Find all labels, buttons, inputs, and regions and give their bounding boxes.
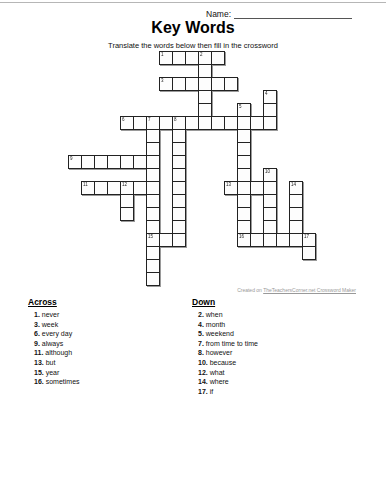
down-clue-17: 17. if <box>192 388 258 398</box>
clue-number-9: 9 <box>70 156 73 161</box>
across-clue-3: 3. week <box>28 321 80 331</box>
clue-number-12: 12 <box>122 182 127 187</box>
grid-cell-r15c18[interactable] <box>302 246 316 260</box>
clue-number-7: 7 <box>148 117 151 122</box>
grid-cell-r12c4[interactable] <box>120 207 134 221</box>
clue-number-17: 17 <box>304 234 309 239</box>
grid-cell-r11c4[interactable] <box>120 194 134 208</box>
down-clue-8: 8. however <box>192 349 258 359</box>
grid-cell-r13c15[interactable] <box>263 220 277 234</box>
grid-cell-r16c6[interactable] <box>146 259 160 273</box>
down-clue-7: 7. from time to time <box>192 340 258 350</box>
grid-cell-r1c10[interactable] <box>198 64 212 78</box>
grid-cell-r7c8[interactable] <box>172 142 186 156</box>
grid-cell-r10c4[interactable]: 12 <box>120 181 134 195</box>
grid-cell-r12c17[interactable] <box>289 207 303 221</box>
grid-cell-r10c14[interactable] <box>250 181 264 195</box>
grid-cell-r4c10[interactable] <box>198 103 212 117</box>
across-clue-9: 9. always <box>28 340 80 350</box>
clue-number-3: 3 <box>161 78 164 83</box>
grid-cell-r10c12[interactable]: 13 <box>224 181 238 195</box>
grid-cell-r14c15[interactable] <box>263 233 277 247</box>
grid-cell-r8c0[interactable]: 9 <box>68 155 82 169</box>
grid-cell-r2c11[interactable] <box>211 77 225 91</box>
page-title: Key Words <box>0 19 386 37</box>
grid-cell-r5c13[interactable] <box>237 116 251 130</box>
grid-cell-r14c7[interactable] <box>159 233 173 247</box>
grid-cell-r0c9[interactable] <box>185 51 199 65</box>
grid-cell-r10c17[interactable]: 14 <box>289 181 303 195</box>
grid-cell-r15c6[interactable] <box>146 246 160 260</box>
instructions-text: Translate the words below then fill in t… <box>0 41 386 50</box>
across-heading: Across <box>28 297 80 307</box>
clue-number-15: 15 <box>148 234 153 239</box>
grid-cell-r8c6[interactable] <box>146 155 160 169</box>
clue-number-11: 11 <box>83 182 88 187</box>
clue-number-5: 5 <box>239 104 242 109</box>
grid-cell-r8c4[interactable] <box>120 155 134 169</box>
grid-cell-r13c13[interactable] <box>237 220 251 234</box>
across-clue-1: 1. never <box>28 311 80 321</box>
grid-cell-r0c7[interactable]: 1 <box>159 51 173 65</box>
clue-number-2: 2 <box>200 52 203 57</box>
grid-cell-r5c10[interactable] <box>198 116 212 130</box>
name-row: Name: <box>206 9 352 19</box>
grid-cell-r14c16[interactable] <box>276 233 290 247</box>
grid-cell-r10c13[interactable] <box>237 181 251 195</box>
credit-prefix: Created on <box>237 287 263 293</box>
grid-cell-r5c9[interactable] <box>185 116 199 130</box>
grid-cell-r7c6[interactable] <box>146 142 160 156</box>
grid-cell-r5c4[interactable]: 6 <box>120 116 134 130</box>
grid-cell-r13c6[interactable] <box>146 220 160 234</box>
down-clue-14: 14. where <box>192 378 258 388</box>
grid-cell-r8c5[interactable] <box>133 155 147 169</box>
clue-number-10: 10 <box>265 169 270 174</box>
grid-cell-r5c11[interactable] <box>211 116 225 130</box>
across-list: 1. never3. week6. every day9. always11. … <box>28 311 80 388</box>
grid-cell-r8c1[interactable] <box>81 155 95 169</box>
name-label: Name: <box>206 9 231 19</box>
across-clues-section: Across 1. never3. week6. every day9. alw… <box>28 297 80 388</box>
grid-cell-r11c17[interactable] <box>289 194 303 208</box>
grid-cell-r9c15[interactable]: 10 <box>263 168 277 182</box>
grid-cell-r11c8[interactable] <box>172 194 186 208</box>
grid-cell-r13c17[interactable] <box>289 220 303 234</box>
clue-number-13: 13 <box>226 182 231 187</box>
grid-cell-r14c17[interactable] <box>289 233 303 247</box>
grid-cell-r2c7[interactable]: 3 <box>159 77 173 91</box>
down-clue-2: 2. when <box>192 311 258 321</box>
down-clue-4: 4. month <box>192 321 258 331</box>
grid-cell-r5c12[interactable] <box>224 116 238 130</box>
grid-cell-r8c13[interactable] <box>237 155 251 169</box>
across-clue-13: 13. but <box>28 359 80 369</box>
grid-cell-r4c13[interactable]: 5 <box>237 103 251 117</box>
across-clue-11: 11. although <box>28 349 80 359</box>
grid-cell-r2c9[interactable] <box>185 77 199 91</box>
page-top-border <box>0 2 386 3</box>
grid-cell-r0c8[interactable] <box>172 51 186 65</box>
down-clue-12: 12. what <box>192 369 258 379</box>
grid-cell-r5c5[interactable] <box>133 116 147 130</box>
grid-cell-r9c8[interactable] <box>172 168 186 182</box>
grid-cell-r6c8[interactable] <box>172 129 186 143</box>
grid-cell-r14c18[interactable]: 17 <box>302 233 316 247</box>
grid-cell-r10c15[interactable] <box>263 181 277 195</box>
grid-cell-r5c15[interactable] <box>263 116 277 130</box>
across-clue-16: 16. sometimes <box>28 378 80 388</box>
grid-cell-r12c8[interactable] <box>172 207 186 221</box>
down-clue-10: 10. because <box>192 359 258 369</box>
grid-cell-r14c14[interactable] <box>250 233 264 247</box>
grid-cell-r13c8[interactable] <box>172 220 186 234</box>
crossword-grid: 1234516678159101112131417 <box>68 51 316 286</box>
down-heading: Down <box>192 297 258 307</box>
grid-cell-r5c14[interactable] <box>250 116 264 130</box>
grid-cell-r10c6[interactable] <box>146 181 160 195</box>
grid-cell-r9c6[interactable] <box>146 168 160 182</box>
grid-cell-r8c8[interactable] <box>172 155 186 169</box>
grid-cell-r5c6[interactable]: 7 <box>146 116 160 130</box>
grid-cell-r2c12[interactable] <box>224 77 238 91</box>
grid-cell-r12c6[interactable] <box>146 207 160 221</box>
across-clue-6: 6. every day <box>28 330 80 340</box>
grid-cell-r10c3[interactable] <box>107 181 121 195</box>
grid-cell-r4c15[interactable] <box>263 103 277 117</box>
clue-number-1: 1 <box>161 52 164 57</box>
credit-line: Created on TheTeachersCorner.net Crosswo… <box>237 287 356 293</box>
grid-cell-r8c2[interactable] <box>94 155 108 169</box>
across-clue-15: 15. year <box>28 369 80 379</box>
grid-cell-r6c6[interactable] <box>146 129 160 143</box>
name-write-in-line[interactable] <box>234 9 352 19</box>
grid-cell-r11c15[interactable] <box>263 194 277 208</box>
down-clues-section: Down 2. when4. month5. weekend7. from ti… <box>192 297 258 397</box>
grid-cell-r10c1[interactable]: 11 <box>81 181 95 195</box>
grid-cell-r14c8[interactable] <box>172 233 186 247</box>
grid-cell-r0c10[interactable]: 2 <box>198 51 212 65</box>
grid-cell-r5c8[interactable]: 8 <box>172 116 186 130</box>
grid-cell-r3c10[interactable] <box>198 90 212 104</box>
grid-cell-r0c11[interactable] <box>211 51 225 65</box>
grid-cell-r12c15[interactable] <box>263 207 277 221</box>
grid-cell-r8c3[interactable] <box>107 155 121 169</box>
grid-cell-r12c13[interactable] <box>237 207 251 221</box>
grid-cell-r6c13[interactable] <box>237 129 251 143</box>
credit-link[interactable]: TheTeachersCorner.net Crossword Maker <box>263 287 356 293</box>
grid-cell-r3c15[interactable]: 4 <box>263 90 277 104</box>
down-list: 2. when4. month5. weekend7. from time to… <box>192 311 258 397</box>
clue-number-14: 14 <box>291 182 296 187</box>
clue-number-6: 6 <box>122 117 125 122</box>
grid-cell-r14c13[interactable]: 16 <box>237 233 251 247</box>
grid-cell-r7c13[interactable] <box>237 142 251 156</box>
grid-cell-r2c8[interactable] <box>172 77 186 91</box>
clue-number-8: 8 <box>174 117 177 122</box>
grid-cell-r9c13[interactable] <box>237 168 251 182</box>
down-clue-5: 5. weekend <box>192 330 258 340</box>
grid-cell-r10c2[interactable] <box>94 181 108 195</box>
grid-cell-r10c8[interactable] <box>172 181 186 195</box>
worksheet-page: Name: Key Words Translate the words belo… <box>0 0 386 500</box>
grid-cell-r5c7[interactable] <box>159 116 173 130</box>
grid-cell-r10c5[interactable] <box>133 181 147 195</box>
clue-number-16: 16 <box>239 234 244 239</box>
grid-cell-r11c13[interactable] <box>237 194 251 208</box>
grid-cell-r2c10[interactable] <box>198 77 212 91</box>
clue-number-4: 4 <box>265 91 268 96</box>
grid-cell-r14c6[interactable]: 15 <box>146 233 160 247</box>
grid-cell-r17c6[interactable] <box>146 272 160 286</box>
grid-cell-r11c6[interactable] <box>146 194 160 208</box>
